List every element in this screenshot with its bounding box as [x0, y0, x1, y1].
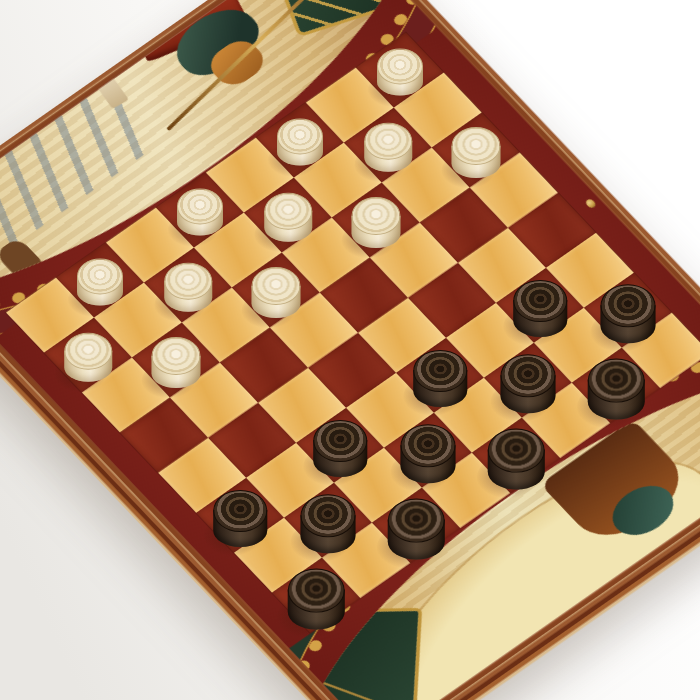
- checker-black[interactable]: [313, 420, 367, 462]
- checker-black[interactable]: [601, 284, 656, 327]
- checker-white[interactable]: [377, 48, 423, 84]
- piece-top: [177, 188, 223, 224]
- piece-top: [513, 280, 567, 322]
- numeral-bar: [576, 641, 600, 658]
- checker-white[interactable]: [164, 263, 212, 300]
- piece-top: [377, 48, 423, 84]
- checker-black[interactable]: [388, 499, 445, 543]
- checker-white[interactable]: [264, 193, 312, 230]
- piece-top: [501, 354, 556, 397]
- photo-background: [0, 0, 700, 700]
- checker-white[interactable]: [152, 337, 201, 375]
- checker-white[interactable]: [364, 123, 412, 160]
- checker-black[interactable]: [213, 490, 267, 532]
- checker-black[interactable]: [488, 429, 545, 473]
- piece-top: [164, 263, 212, 300]
- numeral-bar: [557, 660, 581, 677]
- piece-top: [313, 420, 367, 462]
- checker-white[interactable]: [352, 197, 401, 235]
- checker-white[interactable]: [277, 118, 323, 154]
- piece-top: [364, 123, 412, 160]
- checker-white[interactable]: [452, 127, 501, 165]
- checker-black[interactable]: [413, 350, 467, 392]
- piece-top: [413, 350, 467, 392]
- piece-top: [252, 267, 301, 305]
- checker-white[interactable]: [64, 333, 112, 370]
- piece-top: [588, 359, 645, 403]
- piece-top: [488, 429, 545, 473]
- piece-top: [77, 258, 123, 294]
- piece-top: [64, 333, 112, 370]
- checker-black[interactable]: [401, 424, 456, 467]
- checker-black[interactable]: [288, 569, 345, 613]
- piece-top: [277, 118, 323, 154]
- piece-top: [152, 337, 201, 375]
- piece-top: [452, 127, 501, 165]
- checker-white[interactable]: [177, 188, 223, 224]
- brass-hinge-pin: [584, 198, 597, 210]
- piece-top: [601, 284, 656, 327]
- piece-top: [213, 490, 267, 532]
- checker-black[interactable]: [513, 280, 567, 322]
- piece-top: [352, 197, 401, 235]
- piece-top: [301, 494, 356, 537]
- checker-white[interactable]: [77, 258, 123, 294]
- piece-top: [388, 499, 445, 543]
- checker-black[interactable]: [588, 359, 645, 403]
- piece-top: [264, 193, 312, 230]
- toga-figure-head: [82, 54, 98, 68]
- roman-numerals: [557, 641, 599, 677]
- piece-top: [288, 569, 345, 613]
- numeral-bar: [566, 651, 590, 668]
- checker-black[interactable]: [301, 494, 356, 537]
- toga-figure-arm: [71, 64, 80, 85]
- checker-black[interactable]: [501, 354, 556, 397]
- checker-white[interactable]: [252, 267, 301, 305]
- piece-top: [401, 424, 456, 467]
